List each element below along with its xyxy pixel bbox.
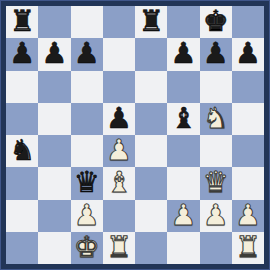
square-h8[interactable] xyxy=(232,6,264,38)
square-c6[interactable] xyxy=(71,71,103,103)
square-e1[interactable] xyxy=(135,232,167,264)
piece-black-queen: ♛ xyxy=(74,167,100,198)
square-h6[interactable] xyxy=(232,71,264,103)
square-d2[interactable] xyxy=(103,200,135,232)
square-c2[interactable]: ♟ xyxy=(71,200,103,232)
square-c7[interactable]: ♟ xyxy=(71,38,103,70)
square-f1[interactable] xyxy=(167,232,199,264)
piece-black-pawn: ♟ xyxy=(74,38,100,69)
piece-black-pawn: ♟ xyxy=(9,38,35,69)
board-grid: ♜♜♚♟♟♟♟♟♟♟♝♞♞♟♛♝♛♟♟♟♟♚♜♜ xyxy=(6,6,264,264)
piece-black-knight: ♞ xyxy=(9,135,35,166)
piece-white-pawn: ♟ xyxy=(74,200,100,231)
square-b3[interactable] xyxy=(38,167,70,199)
square-d5[interactable]: ♟ xyxy=(103,103,135,135)
square-g1[interactable] xyxy=(200,232,232,264)
square-h4[interactable] xyxy=(232,135,264,167)
square-a4[interactable]: ♞ xyxy=(6,135,38,167)
square-a5[interactable] xyxy=(6,103,38,135)
piece-white-rook: ♜ xyxy=(106,232,132,263)
square-d4[interactable]: ♟ xyxy=(103,135,135,167)
square-b2[interactable] xyxy=(38,200,70,232)
square-g2[interactable]: ♟ xyxy=(200,200,232,232)
square-e4[interactable] xyxy=(135,135,167,167)
square-a1[interactable] xyxy=(6,232,38,264)
square-g8[interactable]: ♚ xyxy=(200,6,232,38)
square-d6[interactable] xyxy=(103,71,135,103)
square-h2[interactable]: ♟ xyxy=(232,200,264,232)
piece-black-king: ♚ xyxy=(203,6,229,37)
square-a2[interactable] xyxy=(6,200,38,232)
piece-black-rook: ♜ xyxy=(138,6,164,37)
square-f8[interactable] xyxy=(167,6,199,38)
chess-board: ♜♜♚♟♟♟♟♟♟♟♝♞♞♟♛♝♛♟♟♟♟♚♜♜ xyxy=(0,0,270,270)
square-h1[interactable]: ♜ xyxy=(232,232,264,264)
square-e8[interactable]: ♜ xyxy=(135,6,167,38)
square-g7[interactable]: ♟ xyxy=(200,38,232,70)
square-g6[interactable] xyxy=(200,71,232,103)
square-c4[interactable] xyxy=(71,135,103,167)
square-b7[interactable]: ♟ xyxy=(38,38,70,70)
square-a7[interactable]: ♟ xyxy=(6,38,38,70)
square-f3[interactable] xyxy=(167,167,199,199)
square-f2[interactable]: ♟ xyxy=(167,200,199,232)
piece-black-bishop: ♝ xyxy=(170,103,196,134)
piece-white-bishop: ♝ xyxy=(106,167,132,198)
piece-black-pawn: ♟ xyxy=(235,38,261,69)
piece-white-pawn: ♟ xyxy=(106,135,132,166)
square-e2[interactable] xyxy=(135,200,167,232)
square-c1[interactable]: ♚ xyxy=(71,232,103,264)
square-d3[interactable]: ♝ xyxy=(103,167,135,199)
piece-white-pawn: ♟ xyxy=(203,200,229,231)
square-g5[interactable]: ♞ xyxy=(200,103,232,135)
square-f7[interactable]: ♟ xyxy=(167,38,199,70)
square-g3[interactable]: ♛ xyxy=(200,167,232,199)
piece-black-rook: ♜ xyxy=(9,6,35,37)
square-e6[interactable] xyxy=(135,71,167,103)
square-b8[interactable] xyxy=(38,6,70,38)
square-d7[interactable] xyxy=(103,38,135,70)
piece-white-rook: ♜ xyxy=(235,232,261,263)
square-b1[interactable] xyxy=(38,232,70,264)
square-a6[interactable] xyxy=(6,71,38,103)
piece-white-king: ♚ xyxy=(74,232,100,263)
square-h3[interactable] xyxy=(232,167,264,199)
square-e5[interactable] xyxy=(135,103,167,135)
square-g4[interactable] xyxy=(200,135,232,167)
piece-black-pawn: ♟ xyxy=(170,38,196,69)
square-c3[interactable]: ♛ xyxy=(71,167,103,199)
square-f4[interactable] xyxy=(167,135,199,167)
square-c8[interactable] xyxy=(71,6,103,38)
square-f6[interactable] xyxy=(167,71,199,103)
square-d1[interactable]: ♜ xyxy=(103,232,135,264)
square-d8[interactable] xyxy=(103,6,135,38)
piece-black-pawn: ♟ xyxy=(41,38,67,69)
square-h7[interactable]: ♟ xyxy=(232,38,264,70)
square-e3[interactable] xyxy=(135,167,167,199)
square-b6[interactable] xyxy=(38,71,70,103)
piece-white-pawn: ♟ xyxy=(170,200,196,231)
piece-black-pawn: ♟ xyxy=(106,103,132,134)
square-h5[interactable] xyxy=(232,103,264,135)
square-a3[interactable] xyxy=(6,167,38,199)
square-b4[interactable] xyxy=(38,135,70,167)
square-e7[interactable] xyxy=(135,38,167,70)
piece-white-knight: ♞ xyxy=(203,103,229,134)
square-a8[interactable]: ♜ xyxy=(6,6,38,38)
square-b5[interactable] xyxy=(38,103,70,135)
square-c5[interactable] xyxy=(71,103,103,135)
piece-white-queen: ♛ xyxy=(203,167,229,198)
piece-black-pawn: ♟ xyxy=(203,38,229,69)
piece-white-pawn: ♟ xyxy=(235,200,261,231)
square-f5[interactable]: ♝ xyxy=(167,103,199,135)
